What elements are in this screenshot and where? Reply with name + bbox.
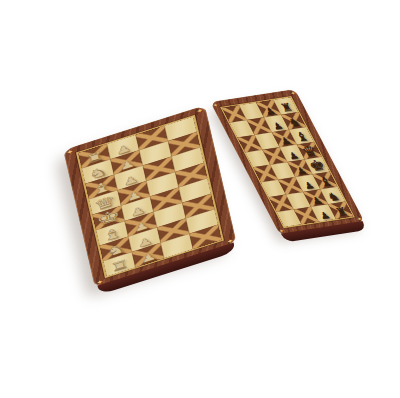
piece-white-rook-h1[interactable]: ♜ bbox=[104, 256, 135, 276]
inlay-star-icon: ✦ bbox=[65, 148, 74, 156]
inlay-star-icon: ✦ bbox=[278, 228, 285, 234]
inlay-star-icon: ✦ bbox=[212, 103, 219, 109]
piece-white-pawn-h2[interactable]: ♟ bbox=[133, 249, 164, 267]
inlay-star-icon: ✦ bbox=[195, 107, 204, 115]
board-grid-right: ♟♜♟♞♟♝♟♛♟♚♟♝♟♞♟♜ bbox=[222, 97, 354, 227]
board-right-half: ♟♜♟♞♟♝♟♛♟♚♟♝♟♞♟♜ ✦ ✦ ✦ ✦ bbox=[210, 89, 365, 235]
chess-set-scene: ♜♟♞♟♝♟♛♟♚♟♝♟♞♟♜♟ ✦ ✦ ✦ ✦ ♟♜♟♞♟♝♟♛♟♚♟♝♟♞♟… bbox=[0, 0, 400, 398]
inlay-star-icon: ✦ bbox=[290, 91, 297, 97]
board-left-half: ♜♟♞♟♝♟♛♟♚♟♝♟♞♟♜♟ ✦ ✦ ✦ ✦ bbox=[63, 105, 237, 288]
